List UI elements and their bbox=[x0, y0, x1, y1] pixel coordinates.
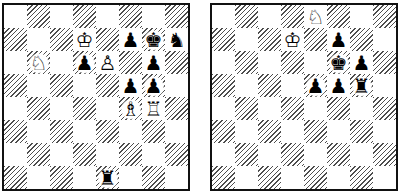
square-b2 bbox=[235, 143, 258, 166]
square-b3 bbox=[27, 120, 50, 143]
square-e7 bbox=[304, 28, 327, 51]
square-f8 bbox=[119, 5, 142, 28]
square-c2 bbox=[50, 143, 73, 166]
square-f4 bbox=[327, 97, 350, 120]
square-c6 bbox=[258, 51, 281, 74]
piece-black-pawn: ♟ bbox=[143, 52, 165, 74]
square-h3 bbox=[373, 120, 396, 143]
square-d3 bbox=[73, 120, 96, 143]
square-h5 bbox=[165, 74, 188, 97]
square-b7 bbox=[235, 28, 258, 51]
piece-black-pawn: ♟ bbox=[120, 29, 142, 51]
square-f6 bbox=[119, 51, 142, 74]
square-g4: ♖ bbox=[142, 97, 165, 120]
square-a3 bbox=[4, 120, 27, 143]
square-e8 bbox=[96, 5, 119, 28]
piece-black-knight: ♞ bbox=[166, 29, 188, 51]
square-e1 bbox=[304, 166, 327, 189]
square-b1 bbox=[27, 166, 50, 189]
square-h8 bbox=[373, 5, 396, 28]
square-d1 bbox=[73, 166, 96, 189]
square-e1: ♜ bbox=[96, 166, 119, 189]
square-d8 bbox=[281, 5, 304, 28]
chess-board-right: ♘♔♟♚♟♟♟♜ bbox=[210, 3, 398, 191]
square-g5: ♜ bbox=[350, 74, 373, 97]
square-d5 bbox=[281, 74, 304, 97]
square-h5 bbox=[373, 74, 396, 97]
square-c8 bbox=[50, 5, 73, 28]
square-g8 bbox=[350, 5, 373, 28]
square-f5: ♟ bbox=[327, 74, 350, 97]
square-e8: ♘ bbox=[304, 5, 327, 28]
square-g6: ♟ bbox=[142, 51, 165, 74]
square-a5 bbox=[212, 74, 235, 97]
square-g3 bbox=[142, 120, 165, 143]
square-c3 bbox=[258, 120, 281, 143]
square-g1 bbox=[142, 166, 165, 189]
square-b6: ♘ bbox=[27, 51, 50, 74]
square-e2 bbox=[304, 143, 327, 166]
square-a3 bbox=[212, 120, 235, 143]
square-g4 bbox=[350, 97, 373, 120]
square-c5 bbox=[50, 74, 73, 97]
square-a1 bbox=[212, 166, 235, 189]
square-a4 bbox=[4, 97, 27, 120]
square-h4 bbox=[373, 97, 396, 120]
square-a8 bbox=[4, 5, 27, 28]
square-c6 bbox=[50, 51, 73, 74]
square-g3 bbox=[350, 120, 373, 143]
square-e4 bbox=[96, 97, 119, 120]
square-f8 bbox=[327, 5, 350, 28]
square-b2 bbox=[27, 143, 50, 166]
square-d6: ♟ bbox=[73, 51, 96, 74]
piece-white-bishop: ♗ bbox=[120, 98, 142, 120]
piece-white-king: ♔ bbox=[282, 29, 304, 51]
square-d7: ♔ bbox=[73, 28, 96, 51]
square-g5: ♟ bbox=[142, 74, 165, 97]
square-a7 bbox=[4, 28, 27, 51]
square-h7 bbox=[373, 28, 396, 51]
piece-black-king: ♚ bbox=[143, 29, 165, 51]
square-h4 bbox=[165, 97, 188, 120]
square-d2 bbox=[73, 143, 96, 166]
square-f5: ♟ bbox=[119, 74, 142, 97]
piece-black-pawn: ♟ bbox=[351, 52, 373, 74]
square-c4 bbox=[258, 97, 281, 120]
square-b6 bbox=[235, 51, 258, 74]
square-b4 bbox=[27, 97, 50, 120]
piece-white-pawn: ♙ bbox=[97, 52, 119, 74]
square-f3 bbox=[327, 120, 350, 143]
square-d4 bbox=[281, 97, 304, 120]
square-b3 bbox=[235, 120, 258, 143]
square-a2 bbox=[212, 143, 235, 166]
square-g2 bbox=[142, 143, 165, 166]
piece-white-knight: ♘ bbox=[28, 52, 50, 74]
piece-black-rook: ♜ bbox=[351, 75, 373, 97]
square-e3 bbox=[96, 120, 119, 143]
chess-board-left: ♔♟♚♞♘♟♙♟♟♟♗♖♜ bbox=[2, 3, 190, 191]
piece-white-rook: ♖ bbox=[143, 98, 165, 120]
piece-black-pawn: ♟ bbox=[120, 75, 142, 97]
square-g7: ♚ bbox=[142, 28, 165, 51]
square-d3 bbox=[281, 120, 304, 143]
square-c2 bbox=[258, 143, 281, 166]
piece-black-pawn: ♟ bbox=[328, 29, 350, 51]
square-c7 bbox=[50, 28, 73, 51]
square-d7: ♔ bbox=[281, 28, 304, 51]
square-c7 bbox=[258, 28, 281, 51]
square-f3 bbox=[119, 120, 142, 143]
square-c1 bbox=[258, 166, 281, 189]
square-h6 bbox=[165, 51, 188, 74]
square-a2 bbox=[4, 143, 27, 166]
square-h2 bbox=[165, 143, 188, 166]
piece-black-pawn: ♟ bbox=[328, 75, 350, 97]
square-d4 bbox=[73, 97, 96, 120]
square-a7 bbox=[212, 28, 235, 51]
square-c8 bbox=[258, 5, 281, 28]
square-f1 bbox=[327, 166, 350, 189]
square-e6: ♙ bbox=[96, 51, 119, 74]
square-b5 bbox=[27, 74, 50, 97]
square-f7: ♟ bbox=[327, 28, 350, 51]
square-g8 bbox=[142, 5, 165, 28]
square-g7 bbox=[350, 28, 373, 51]
piece-black-king: ♚ bbox=[328, 52, 350, 74]
square-a8 bbox=[212, 5, 235, 28]
square-b8 bbox=[235, 5, 258, 28]
piece-white-king: ♔ bbox=[74, 29, 96, 51]
square-d2 bbox=[281, 143, 304, 166]
square-b4 bbox=[235, 97, 258, 120]
square-b1 bbox=[235, 166, 258, 189]
square-a6 bbox=[212, 51, 235, 74]
square-e3 bbox=[304, 120, 327, 143]
square-e7 bbox=[96, 28, 119, 51]
square-c4 bbox=[50, 97, 73, 120]
square-h7: ♞ bbox=[165, 28, 188, 51]
square-d1 bbox=[281, 166, 304, 189]
square-h3 bbox=[165, 120, 188, 143]
square-h1 bbox=[373, 166, 396, 189]
square-f4: ♗ bbox=[119, 97, 142, 120]
square-f7: ♟ bbox=[119, 28, 142, 51]
square-e5: ♟ bbox=[304, 74, 327, 97]
square-h8 bbox=[165, 5, 188, 28]
square-e2 bbox=[96, 143, 119, 166]
piece-white-knight: ♘ bbox=[305, 6, 327, 28]
square-f2 bbox=[327, 143, 350, 166]
square-g1 bbox=[350, 166, 373, 189]
square-b7 bbox=[27, 28, 50, 51]
square-h2 bbox=[373, 143, 396, 166]
square-c1 bbox=[50, 166, 73, 189]
square-g2 bbox=[350, 143, 373, 166]
square-d8 bbox=[73, 5, 96, 28]
square-d5 bbox=[73, 74, 96, 97]
square-h6 bbox=[373, 51, 396, 74]
square-a6 bbox=[4, 51, 27, 74]
piece-black-pawn: ♟ bbox=[74, 52, 96, 74]
piece-black-pawn: ♟ bbox=[305, 75, 327, 97]
piece-black-pawn: ♟ bbox=[143, 75, 165, 97]
square-b8 bbox=[27, 5, 50, 28]
square-h1 bbox=[165, 166, 188, 189]
square-d6 bbox=[281, 51, 304, 74]
square-e5 bbox=[96, 74, 119, 97]
square-c3 bbox=[50, 120, 73, 143]
square-a4 bbox=[212, 97, 235, 120]
square-a5 bbox=[4, 74, 27, 97]
diagram-page: ♔♟♚♞♘♟♙♟♟♟♗♖♜ ♘♔♟♚♟♟♟♜ bbox=[0, 0, 400, 194]
square-e4 bbox=[304, 97, 327, 120]
square-f1 bbox=[119, 166, 142, 189]
square-e6 bbox=[304, 51, 327, 74]
piece-black-rook: ♜ bbox=[97, 167, 119, 189]
square-f2 bbox=[119, 143, 142, 166]
square-f6: ♚ bbox=[327, 51, 350, 74]
square-b5 bbox=[235, 74, 258, 97]
square-g6: ♟ bbox=[350, 51, 373, 74]
square-c5 bbox=[258, 74, 281, 97]
square-a1 bbox=[4, 166, 27, 189]
